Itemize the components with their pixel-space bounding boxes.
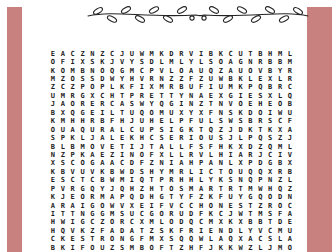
grid-cell-r14c1[interactable]: X (48, 160, 58, 168)
grid-cell-r11c7[interactable]: L (107, 134, 117, 142)
grid-cell-r11c3[interactable]: K (68, 134, 78, 142)
grid-cell-r23c25[interactable]: A (285, 236, 295, 244)
grid-cell-r14c22[interactable]: D (255, 160, 265, 168)
grid-cell-r18c3[interactable]: E (68, 193, 78, 201)
grid-cell-r7c23[interactable]: E (265, 101, 275, 109)
grid-cell-r18c18[interactable]: F (216, 193, 226, 201)
grid-cell-r5c6[interactable]: P (97, 84, 107, 92)
grid-cell-r16c25[interactable]: L (285, 177, 295, 185)
grid-cell-r12c23[interactable]: Q (265, 143, 275, 151)
grid-cell-r18c25[interactable]: N (285, 193, 295, 201)
grid-cell-r9c24[interactable]: C (275, 118, 285, 126)
grid-cell-r18c11[interactable]: H (147, 193, 157, 201)
grid-cell-r21c13[interactable]: O (167, 219, 177, 227)
grid-cell-r24c23[interactable]: J (265, 244, 275, 252)
grid-cell-r18c10[interactable]: D (137, 193, 147, 201)
grid-cell-r14c2[interactable]: S (58, 160, 68, 168)
grid-cell-r9c7[interactable]: F (107, 118, 117, 126)
grid-cell-r23c12[interactable]: X (157, 236, 167, 244)
grid-cell-r9c6[interactable]: B (97, 118, 107, 126)
grid-cell-r11c4[interactable]: L (78, 134, 88, 142)
grid-cell-r24c16[interactable]: F (196, 244, 206, 252)
grid-cell-r9c8[interactable]: H (117, 118, 127, 126)
grid-cell-r7c11[interactable]: Y (147, 101, 157, 109)
grid-cell-r24c25[interactable]: O (285, 244, 295, 252)
grid-cell-r14c10[interactable]: F (137, 160, 147, 168)
grid-cell-r5c9[interactable]: F (127, 84, 137, 92)
grid-cell-r2c3[interactable]: I (68, 58, 78, 66)
grid-cell-r9c11[interactable]: H (147, 118, 157, 126)
grid-cell-r9c4[interactable]: H (78, 118, 88, 126)
grid-cell-r9c22[interactable]: R (255, 118, 265, 126)
grid-cell-r16c8[interactable]: M (117, 177, 127, 185)
grid-cell-r18c20[interactable]: Y (236, 193, 246, 201)
grid-cell-r5c14[interactable]: B (176, 84, 186, 92)
grid-cell-r9c21[interactable]: B (246, 118, 256, 126)
grid-cell-r16c23[interactable]: N (265, 177, 275, 185)
grid-cell-r11c25[interactable]: J (285, 134, 295, 142)
grid-cell-r21c25[interactable]: E (285, 219, 295, 227)
grid-cell-r7c17[interactable]: T (206, 101, 216, 109)
grid-cell-r11c11[interactable]: C (147, 134, 157, 142)
grid-cell-r5c16[interactable]: F (196, 84, 206, 92)
grid-cell-r16c3[interactable]: C (68, 177, 78, 185)
grid-cell-r5c13[interactable]: R (167, 84, 177, 92)
grid-cell-r2c15[interactable]: Y (186, 58, 196, 66)
grid-cell-r21c23[interactable]: T (265, 219, 275, 227)
grid-cell-r14c20[interactable]: X (236, 160, 246, 168)
grid-cell-r21c2[interactable]: W (58, 219, 68, 227)
grid-cell-r18c4[interactable]: O (78, 193, 88, 201)
grid-cell-r23c16[interactable]: W (196, 236, 206, 244)
grid-cell-r14c5[interactable]: G (88, 160, 98, 168)
grid-cell-r9c20[interactable]: S (236, 118, 246, 126)
grid-cell-r5c3[interactable]: Z (68, 84, 78, 92)
grid-cell-r5c10[interactable]: I (137, 84, 147, 92)
grid-cell-r18c24[interactable]: D (275, 193, 285, 201)
grid-cell-r5c12[interactable]: M (157, 84, 167, 92)
grid-cell-r14c12[interactable]: N (157, 160, 167, 168)
grid-cell-r12c5[interactable]: O (88, 143, 98, 151)
grid-cell-r5c18[interactable]: U (216, 84, 226, 92)
grid-cell-r7c25[interactable]: B (285, 101, 295, 109)
grid-cell-r16c9[interactable]: I (127, 177, 137, 185)
grid-cell-r24c20[interactable]: W (236, 244, 246, 252)
grid-cell-r23c14[interactable]: Q (176, 236, 186, 244)
grid-cell-r7c8[interactable]: A (117, 101, 127, 109)
grid-cell-r2c22[interactable]: R (255, 58, 265, 66)
grid-cell-r12c1[interactable]: B (48, 143, 58, 151)
grid-cell-r16c4[interactable]: T (78, 177, 88, 185)
grid-cell-r16c5[interactable]: C (88, 177, 98, 185)
grid-cell-r5c21[interactable]: P (246, 84, 256, 92)
grid-cell-r14c15[interactable]: H (186, 160, 196, 168)
grid-cell-r14c9[interactable]: D (127, 160, 137, 168)
grid-cell-r14c16[interactable]: P (196, 160, 206, 168)
grid-cell-r24c10[interactable]: B (137, 244, 147, 252)
grid-cell-r9c18[interactable]: S (216, 118, 226, 126)
grid-cell-r2c9[interactable]: Y (127, 58, 137, 66)
grid-cell-r24c7[interactable]: Z (107, 244, 117, 252)
grid-cell-r21c14[interactable]: D (176, 219, 186, 227)
grid-cell-r9c9[interactable]: J (127, 118, 137, 126)
grid-cell-r16c20[interactable]: N (236, 177, 246, 185)
grid-cell-r7c9[interactable]: S (127, 101, 137, 109)
grid-cell-r16c18[interactable]: K (216, 177, 226, 185)
grid-cell-r12c12[interactable]: A (157, 143, 167, 151)
grid-cell-r5c25[interactable]: C (285, 84, 295, 92)
grid-cell-r11c5[interactable]: J (88, 134, 98, 142)
grid-cell-r7c4[interactable]: R (78, 101, 88, 109)
grid-cell-r5c2[interactable]: C (58, 84, 68, 92)
grid-cell-r23c19[interactable]: Q (226, 236, 236, 244)
grid-cell-r18c17[interactable]: K (206, 193, 216, 201)
grid-cell-r24c13[interactable]: T (167, 244, 177, 252)
grid-cell-r16c21[interactable]: Q (246, 177, 256, 185)
grid-cell-r5c7[interactable]: L (107, 84, 117, 92)
grid-cell-r2c14[interactable]: L (176, 58, 186, 66)
grid-cell-r9c10[interactable]: U (137, 118, 147, 126)
grid-cell-r24c9[interactable]: M (127, 244, 137, 252)
grid-cell-r14c23[interactable]: G (265, 160, 275, 168)
grid-cell-r7c24[interactable]: O (275, 101, 285, 109)
grid-cell-r2c10[interactable]: S (137, 58, 147, 66)
grid-cell-r12c9[interactable]: I (127, 143, 137, 151)
grid-cell-r18c14[interactable]: Y (176, 193, 186, 201)
grid-cell-r23c3[interactable]: E (68, 236, 78, 244)
grid-cell-r7c12[interactable]: Q (157, 101, 167, 109)
grid-cell-r18c22[interactable]: Q (255, 193, 265, 201)
grid-cell-r2c13[interactable]: M (167, 58, 177, 66)
grid-cell-r9c13[interactable]: L (167, 118, 177, 126)
grid-cell-r11c6[interactable]: A (97, 134, 107, 142)
grid-cell-r7c21[interactable]: E (246, 101, 256, 109)
grid-cell-r2c24[interactable]: B (275, 58, 285, 66)
grid-cell-r23c7[interactable]: O (107, 236, 117, 244)
grid-cell-r12c13[interactable]: L (167, 143, 177, 151)
grid-cell-r21c7[interactable]: O (107, 219, 117, 227)
grid-cell-r2c21[interactable]: N (246, 58, 256, 66)
grid-cell-r9c1[interactable]: K (48, 118, 58, 126)
grid-cell-r24c8[interactable]: S (117, 244, 127, 252)
grid-cell-r24c5[interactable]: O (88, 244, 98, 252)
grid-cell-r16c12[interactable]: P (157, 177, 167, 185)
grid-cell-r23c4[interactable]: S (78, 236, 88, 244)
grid-cell-r9c2[interactable]: M (58, 118, 68, 126)
grid-cell-r9c5[interactable]: R (88, 118, 98, 126)
grid-cell-r21c8[interactable]: R (117, 219, 127, 227)
grid-cell-r23c5[interactable]: T (88, 236, 98, 244)
grid-cell-r23c2[interactable]: K (58, 236, 68, 244)
grid-cell-r9c12[interactable]: E (157, 118, 167, 126)
grid-cell-r5c22[interactable]: Q (255, 84, 265, 92)
grid-cell-r23c15[interactable]: Q (186, 236, 196, 244)
grid-cell-r21c6[interactable]: Z (97, 219, 107, 227)
grid-cell-r9c25[interactable]: F (285, 118, 295, 126)
grid-cell-r24c17[interactable]: J (206, 244, 216, 252)
grid-cell-r11c19[interactable]: J (226, 134, 236, 142)
grid-cell-r11c13[interactable]: E (167, 134, 177, 142)
grid-cell-r16c22[interactable]: P (255, 177, 265, 185)
grid-cell-r11c9[interactable]: K (127, 134, 137, 142)
grid-cell-r2c11[interactable]: D (147, 58, 157, 66)
grid-cell-r24c19[interactable]: K (226, 244, 236, 252)
grid-cell-r21c1[interactable]: H (48, 219, 58, 227)
grid-cell-r18c19[interactable]: U (226, 193, 236, 201)
grid-cell-r24c12[interactable]: F (157, 244, 167, 252)
grid-cell-r18c15[interactable]: F (186, 193, 196, 201)
grid-cell-r18c6[interactable]: M (97, 193, 107, 201)
grid-cell-r7c13[interactable]: G (167, 101, 177, 109)
grid-cell-r9c17[interactable]: L (206, 118, 216, 126)
grid-cell-r11c22[interactable]: Q (255, 134, 265, 142)
grid-cell-r14c3[interactable]: C (68, 160, 78, 168)
grid-cell-r12c21[interactable]: D (246, 143, 256, 151)
grid-cell-r18c21[interactable]: G (246, 193, 256, 201)
grid-cell-r21c21[interactable]: B (246, 219, 256, 227)
grid-cell-r24c22[interactable]: L (255, 244, 265, 252)
grid-cell-r24c3[interactable]: I (68, 244, 78, 252)
grid-cell-r12c18[interactable]: H (216, 143, 226, 151)
grid-cell-r2c19[interactable]: A (226, 58, 236, 66)
grid-cell-r2c23[interactable]: B (265, 58, 275, 66)
grid-cell-r2c12[interactable]: L (157, 58, 167, 66)
grid-cell-r23c21[interactable]: A (246, 236, 256, 244)
grid-cell-r7c20[interactable]: O (236, 101, 246, 109)
grid-cell-r18c12[interactable]: G (157, 193, 167, 201)
grid-cell-r2c8[interactable]: V (117, 58, 127, 66)
grid-cell-r11c12[interactable]: S (157, 134, 167, 142)
grid-cell-r11c14[interactable]: R (176, 134, 186, 142)
grid-cell-r5c5[interactable]: O (88, 84, 98, 92)
grid-cell-r2c6[interactable]: K (97, 58, 107, 66)
grid-cell-r7c3[interactable]: O (68, 101, 78, 109)
grid-cell-r21c16[interactable]: C (196, 219, 206, 227)
grid-cell-r2c2[interactable]: F (58, 58, 68, 66)
grid-cell-r16c11[interactable]: T (147, 177, 157, 185)
grid-cell-r14c13[interactable]: I (167, 160, 177, 168)
grid-cell-r21c11[interactable]: M (147, 219, 157, 227)
grid-cell-r7c1[interactable]: J (48, 101, 58, 109)
grid-cell-r18c16[interactable]: Z (196, 193, 206, 201)
grid-cell-r18c23[interactable]: O (265, 193, 275, 201)
grid-cell-r11c8[interactable]: E (117, 134, 127, 142)
grid-cell-r24c21[interactable]: Z (246, 244, 256, 252)
grid-cell-r12c8[interactable]: T (117, 143, 127, 151)
grid-cell-r7c10[interactable]: W (137, 101, 147, 109)
grid-cell-r18c13[interactable]: T (167, 193, 177, 201)
grid-cell-r12c22[interactable]: Z (255, 143, 265, 151)
grid-cell-r16c10[interactable]: Q (137, 177, 147, 185)
grid-cell-r18c7[interactable]: A (107, 193, 117, 201)
grid-cell-r21c18[interactable]: X (216, 219, 226, 227)
grid-cell-r2c16[interactable]: L (196, 58, 206, 66)
grid-cell-r12c20[interactable]: X (236, 143, 246, 151)
grid-cell-r12c14[interactable]: L (176, 143, 186, 151)
grid-cell-r23c23[interactable]: S (265, 236, 275, 244)
grid-cell-r7c6[interactable]: R (97, 101, 107, 109)
grid-cell-r18c5[interactable]: R (88, 193, 98, 201)
grid-cell-r21c5[interactable]: C (88, 219, 98, 227)
grid-cell-r5c15[interactable]: U (186, 84, 196, 92)
grid-cell-r21c24[interactable]: D (275, 219, 285, 227)
grid-cell-r18c1[interactable]: K (48, 193, 58, 201)
grid-cell-r12c24[interactable]: M (275, 143, 285, 151)
grid-cell-r24c1[interactable]: B (48, 244, 58, 252)
grid-cell-r18c9[interactable]: Q (127, 193, 137, 201)
grid-cell-r12c19[interactable]: K (226, 143, 236, 151)
grid-cell-r16c2[interactable]: S (58, 177, 68, 185)
grid-cell-r16c19[interactable]: S (226, 177, 236, 185)
grid-cell-r2c4[interactable]: X (78, 58, 88, 66)
grid-cell-r12c7[interactable]: E (107, 143, 117, 151)
grid-cell-r2c18[interactable]: O (216, 58, 226, 66)
grid-cell-r7c18[interactable]: N (216, 101, 226, 109)
grid-cell-r5c19[interactable]: M (226, 84, 236, 92)
grid-cell-r16c7[interactable]: W (107, 177, 117, 185)
grid-cell-r12c4[interactable]: M (78, 143, 88, 151)
grid-cell-r24c11[interactable]: O (147, 244, 157, 252)
grid-cell-r14c4[interactable]: O (78, 160, 88, 168)
grid-cell-r23c13[interactable]: S (167, 236, 177, 244)
grid-cell-r11c21[interactable]: P (246, 134, 256, 142)
grid-cell-r2c17[interactable]: S (206, 58, 216, 66)
grid-cell-r9c16[interactable]: U (196, 118, 206, 126)
grid-cell-r2c25[interactable]: M (285, 58, 295, 66)
grid-cell-r21c17[interactable]: M (206, 219, 216, 227)
grid-cell-r2c20[interactable]: G (236, 58, 246, 66)
grid-cell-r14c21[interactable]: P (246, 160, 256, 168)
grid-cell-r9c14[interactable]: P (176, 118, 186, 126)
grid-cell-r7c5[interactable]: E (88, 101, 98, 109)
grid-cell-r14c11[interactable]: Z (147, 160, 157, 168)
grid-cell-r11c15[interactable]: I (186, 134, 196, 142)
grid-cell-r24c18[interactable]: K (216, 244, 226, 252)
grid-cell-r24c2[interactable]: K (58, 244, 68, 252)
grid-cell-r5c23[interactable]: B (265, 84, 275, 92)
grid-cell-r16c16[interactable]: L (196, 177, 206, 185)
grid-cell-r7c19[interactable]: V (226, 101, 236, 109)
grid-cell-r24c6[interactable]: U (97, 244, 107, 252)
grid-cell-r14c6[interactable]: A (97, 160, 107, 168)
grid-cell-r21c22[interactable]: B (255, 219, 265, 227)
grid-cell-r14c24[interactable]: B (275, 160, 285, 168)
grid-cell-r5c24[interactable]: R (275, 84, 285, 92)
grid-cell-r12c11[interactable]: T (147, 143, 157, 151)
grid-cell-r12c25[interactable]: L (285, 143, 295, 151)
grid-cell-r18c8[interactable]: P (117, 193, 127, 201)
grid-cell-r9c15[interactable]: F (186, 118, 196, 126)
grid-cell-r23c11[interactable]: M (147, 236, 157, 244)
grid-cell-r21c3[interactable]: I (68, 219, 78, 227)
grid-cell-r16c24[interactable]: Z (275, 177, 285, 185)
grid-cell-r7c7[interactable]: C (107, 101, 117, 109)
grid-cell-r21c20[interactable]: X (236, 219, 246, 227)
grid-cell-r12c10[interactable]: J (137, 143, 147, 151)
grid-cell-r2c5[interactable]: S (88, 58, 98, 66)
grid-cell-r5c4[interactable]: P (78, 84, 88, 92)
grid-cell-r9c19[interactable]: W (226, 118, 236, 126)
grid-cell-r11c23[interactable]: S (265, 134, 275, 142)
grid-cell-r11c1[interactable]: S (48, 134, 58, 142)
grid-cell-r23c10[interactable]: F (137, 236, 147, 244)
grid-cell-r14c7[interactable]: A (107, 160, 117, 168)
grid-cell-r11c20[interactable]: L (236, 134, 246, 142)
grid-cell-r11c24[interactable]: Z (275, 134, 285, 142)
grid-cell-r7c14[interactable]: I (176, 101, 186, 109)
grid-cell-r5c17[interactable]: I (206, 84, 216, 92)
grid-cell-r12c2[interactable]: L (58, 143, 68, 151)
grid-cell-r9c3[interactable]: H (68, 118, 78, 126)
grid-cell-r14c25[interactable]: X (285, 160, 295, 168)
grid-cell-r21c9[interactable]: C (127, 219, 137, 227)
grid-cell-r14c14[interactable]: A (176, 160, 186, 168)
grid-cell-r16c6[interactable]: B (97, 177, 107, 185)
grid-cell-r12c6[interactable]: V (97, 143, 107, 151)
grid-cell-r24c14[interactable]: Z (176, 244, 186, 252)
grid-cell-r21c15[interactable]: Q (186, 219, 196, 227)
grid-cell-r23c18[interactable]: A (216, 236, 226, 244)
grid-cell-r23c1[interactable]: C (48, 236, 58, 244)
grid-cell-r12c16[interactable]: S (196, 143, 206, 151)
grid-cell-r23c8[interactable]: N (117, 236, 127, 244)
grid-cell-r24c15[interactable]: H (186, 244, 196, 252)
grid-cell-r12c15[interactable]: F (186, 143, 196, 151)
grid-cell-r12c17[interactable]: F (206, 143, 216, 151)
grid-cell-r23c9[interactable]: G (127, 236, 137, 244)
grid-cell-r14c8[interactable]: C (117, 160, 127, 168)
grid-cell-r23c22[interactable]: C (255, 236, 265, 244)
grid-cell-r7c15[interactable]: N (186, 101, 196, 109)
grid-cell-r12c3[interactable]: B (68, 143, 78, 151)
grid-cell-r24c24[interactable]: M (275, 244, 285, 252)
grid-cell-r11c16[interactable]: O (196, 134, 206, 142)
grid-cell-r11c18[interactable]: S (216, 134, 226, 142)
grid-cell-r16c17[interactable]: Y (206, 177, 216, 185)
grid-cell-r16c14[interactable]: H (176, 177, 186, 185)
grid-cell-r14c19[interactable]: L (226, 160, 236, 168)
grid-cell-r21c10[interactable]: X (137, 219, 147, 227)
grid-cell-r7c2[interactable]: A (58, 101, 68, 109)
grid-cell-r7c22[interactable]: H (255, 101, 265, 109)
grid-cell-r5c20[interactable]: K (236, 84, 246, 92)
grid-cell-r23c17[interactable]: L (206, 236, 216, 244)
grid-cell-r18c2[interactable]: J (58, 193, 68, 201)
grid-cell-r23c20[interactable]: X (236, 236, 246, 244)
grid-cell-r23c24[interactable]: L (275, 236, 285, 244)
grid-cell-r16c15[interactable]: H (186, 177, 196, 185)
grid-cell-r5c1[interactable]: Z (48, 84, 58, 92)
grid-cell-r14c18[interactable]: N (216, 160, 226, 168)
grid-cell-r11c17[interactable]: U (206, 134, 216, 142)
grid-cell-r16c1[interactable]: E (48, 177, 58, 185)
grid-cell-r14c17[interactable]: A (206, 160, 216, 168)
grid-cell-r7c16[interactable]: Z (196, 101, 206, 109)
grid-cell-r11c2[interactable]: P (58, 134, 68, 142)
grid-cell-r24c4[interactable]: F (78, 244, 88, 252)
grid-cell-r21c19[interactable]: K (226, 219, 236, 227)
grid-cell-r16c13[interactable]: R (167, 177, 177, 185)
grid-cell-r2c1[interactable]: O (48, 58, 58, 66)
grid-cell-r5c11[interactable]: X (147, 84, 157, 92)
grid-cell-r21c12[interactable]: L (157, 219, 167, 227)
grid-cell-r23c6[interactable]: R (97, 236, 107, 244)
grid-cell-r5c8[interactable]: K (117, 84, 127, 92)
grid-cell-r2c7[interactable]: J (107, 58, 117, 66)
grid-cell-r9c23[interactable]: S (265, 118, 275, 126)
grid-cell-r11c10[interactable]: H (137, 134, 147, 142)
grid-cell-r21c4[interactable]: G (78, 219, 88, 227)
